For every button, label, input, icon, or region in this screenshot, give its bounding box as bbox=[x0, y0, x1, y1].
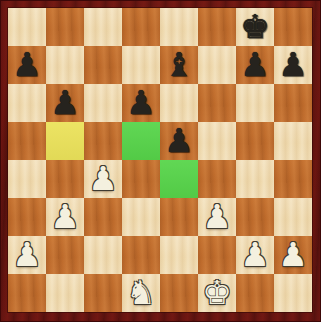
square-e8[interactable] bbox=[160, 8, 198, 46]
square-g4[interactable] bbox=[236, 160, 274, 198]
chess-app-window: ♚♟♝♟♟♟♟♟♟♟♟♟♟♟♞♚ bbox=[0, 0, 321, 322]
square-f3[interactable]: ♟ bbox=[198, 198, 236, 236]
chess-board: ♚♟♝♟♟♟♟♟♟♟♟♟♟♟♞♚ bbox=[8, 8, 312, 312]
square-b4[interactable] bbox=[46, 160, 84, 198]
piece-black-pawn[interactable]: ♟ bbox=[160, 122, 198, 160]
square-c3[interactable] bbox=[84, 198, 122, 236]
square-f5[interactable] bbox=[198, 122, 236, 160]
piece-black-pawn[interactable]: ♟ bbox=[236, 46, 274, 84]
square-b8[interactable] bbox=[46, 8, 84, 46]
square-a7[interactable]: ♟ bbox=[8, 46, 46, 84]
square-f4[interactable] bbox=[198, 160, 236, 198]
piece-black-pawn[interactable]: ♟ bbox=[274, 46, 312, 84]
square-d1[interactable]: ♞ bbox=[122, 274, 160, 312]
square-f8[interactable] bbox=[198, 8, 236, 46]
square-c1[interactable] bbox=[84, 274, 122, 312]
piece-white-pawn[interactable]: ♟ bbox=[8, 236, 46, 274]
square-a5[interactable] bbox=[8, 122, 46, 160]
square-d2[interactable] bbox=[122, 236, 160, 274]
square-e7[interactable]: ♝ bbox=[160, 46, 198, 84]
piece-white-knight[interactable]: ♞ bbox=[122, 274, 160, 312]
square-d8[interactable] bbox=[122, 8, 160, 46]
square-h3[interactable] bbox=[274, 198, 312, 236]
piece-white-pawn[interactable]: ♟ bbox=[84, 160, 122, 198]
piece-white-pawn[interactable]: ♟ bbox=[46, 198, 84, 236]
square-g7[interactable]: ♟ bbox=[236, 46, 274, 84]
square-g2[interactable]: ♟ bbox=[236, 236, 274, 274]
square-b7[interactable] bbox=[46, 46, 84, 84]
square-e3[interactable] bbox=[160, 198, 198, 236]
square-h2[interactable]: ♟ bbox=[274, 236, 312, 274]
piece-black-pawn[interactable]: ♟ bbox=[122, 84, 160, 122]
square-h5[interactable] bbox=[274, 122, 312, 160]
square-d5[interactable] bbox=[122, 122, 160, 160]
square-h1[interactable] bbox=[274, 274, 312, 312]
square-a2[interactable]: ♟ bbox=[8, 236, 46, 274]
square-a3[interactable] bbox=[8, 198, 46, 236]
piece-white-pawn[interactable]: ♟ bbox=[198, 198, 236, 236]
square-c4[interactable]: ♟ bbox=[84, 160, 122, 198]
piece-black-bishop[interactable]: ♝ bbox=[160, 46, 198, 84]
square-h7[interactable]: ♟ bbox=[274, 46, 312, 84]
square-f6[interactable] bbox=[198, 84, 236, 122]
square-a1[interactable] bbox=[8, 274, 46, 312]
square-a6[interactable] bbox=[8, 84, 46, 122]
square-f2[interactable] bbox=[198, 236, 236, 274]
square-d4[interactable] bbox=[122, 160, 160, 198]
piece-black-pawn[interactable]: ♟ bbox=[46, 84, 84, 122]
square-e4[interactable] bbox=[160, 160, 198, 198]
square-e5[interactable]: ♟ bbox=[160, 122, 198, 160]
square-e1[interactable] bbox=[160, 274, 198, 312]
square-d3[interactable] bbox=[122, 198, 160, 236]
square-g6[interactable] bbox=[236, 84, 274, 122]
square-d7[interactable] bbox=[122, 46, 160, 84]
square-f7[interactable] bbox=[198, 46, 236, 84]
square-b5[interactable] bbox=[46, 122, 84, 160]
square-e6[interactable] bbox=[160, 84, 198, 122]
square-e2[interactable] bbox=[160, 236, 198, 274]
square-c2[interactable] bbox=[84, 236, 122, 274]
piece-white-pawn[interactable]: ♟ bbox=[236, 236, 274, 274]
piece-black-pawn[interactable]: ♟ bbox=[8, 46, 46, 84]
square-a8[interactable] bbox=[8, 8, 46, 46]
square-a4[interactable] bbox=[8, 160, 46, 198]
square-c7[interactable] bbox=[84, 46, 122, 84]
square-c8[interactable] bbox=[84, 8, 122, 46]
square-b3[interactable]: ♟ bbox=[46, 198, 84, 236]
square-b6[interactable]: ♟ bbox=[46, 84, 84, 122]
square-c6[interactable] bbox=[84, 84, 122, 122]
square-g5[interactable] bbox=[236, 122, 274, 160]
square-d6[interactable]: ♟ bbox=[122, 84, 160, 122]
square-h8[interactable] bbox=[274, 8, 312, 46]
square-h6[interactable] bbox=[274, 84, 312, 122]
square-g1[interactable] bbox=[236, 274, 274, 312]
square-f1[interactable]: ♚ bbox=[198, 274, 236, 312]
piece-white-king[interactable]: ♚ bbox=[198, 274, 236, 312]
piece-black-king[interactable]: ♚ bbox=[236, 8, 274, 46]
square-g3[interactable] bbox=[236, 198, 274, 236]
square-b1[interactable] bbox=[46, 274, 84, 312]
square-h4[interactable] bbox=[274, 160, 312, 198]
square-c5[interactable] bbox=[84, 122, 122, 160]
piece-white-pawn[interactable]: ♟ bbox=[274, 236, 312, 274]
square-g8[interactable]: ♚ bbox=[236, 8, 274, 46]
square-b2[interactable] bbox=[46, 236, 84, 274]
